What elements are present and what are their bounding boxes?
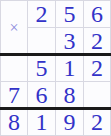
partial1-digit-tens: 1 [56, 55, 83, 81]
partial2-digit-thousands: 7 [1, 82, 27, 108]
product-digit-hundreds: 1 [28, 109, 55, 135]
partial2-empty-cell [84, 82, 110, 108]
partial2-digit-hundreds: 6 [28, 82, 55, 108]
rule-under-partial-products [0, 107, 111, 110]
product-digit-ones: 2 [84, 109, 110, 135]
rule-under-multiplier [0, 53, 111, 56]
partial1-digit-hundreds: 5 [28, 55, 55, 81]
multiplier-digit-ones: 2 [84, 28, 110, 54]
multiplicand-digit-hundreds: 2 [28, 1, 55, 27]
partial1-empty-cell [1, 55, 27, 81]
partial1-digit-ones: 2 [84, 55, 110, 81]
product-digit-tens: 9 [56, 109, 83, 135]
multiplicand-digit-tens: 5 [56, 1, 83, 27]
partial2-digit-tens: 8 [56, 82, 83, 108]
long-multiplication-grid: × 2 5 6 3 2 5 1 2 7 6 8 8 1 9 2 [0, 0, 111, 136]
multiplication-sign-icon: × [1, 1, 27, 54]
multiplicand-digit-ones: 6 [84, 1, 110, 27]
multiplier-empty-cell [28, 28, 55, 54]
multiplier-digit-tens: 3 [56, 28, 83, 54]
product-digit-thousands: 8 [1, 109, 27, 135]
